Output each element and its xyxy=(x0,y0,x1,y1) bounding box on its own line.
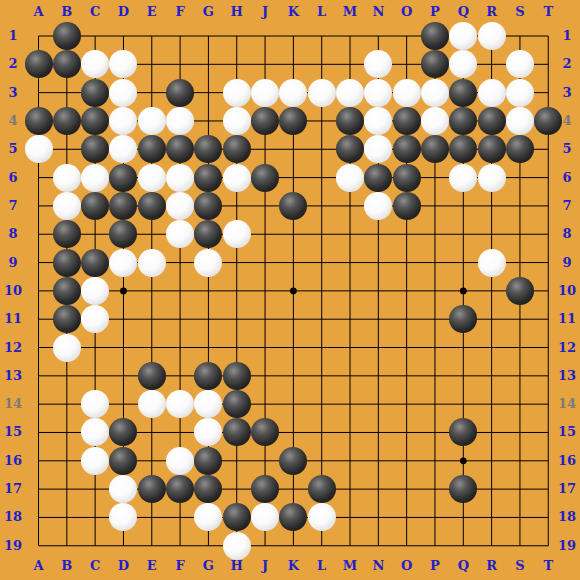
col-label-top-H: H xyxy=(226,5,248,19)
row-label-left-10: 10 xyxy=(2,284,24,298)
row-label-right-11: 11 xyxy=(556,312,578,326)
white-stone-H4 xyxy=(223,107,251,135)
white-stone-R9 xyxy=(478,249,506,277)
white-stone-C16 xyxy=(81,447,109,475)
white-stone-C10 xyxy=(81,277,109,305)
white-stone-F6 xyxy=(166,164,194,192)
black-stone-H13 xyxy=(223,362,251,390)
black-stone-M4 xyxy=(336,107,364,135)
row-label-left-6: 6 xyxy=(2,171,24,185)
white-stone-G9 xyxy=(194,249,222,277)
white-stone-E6 xyxy=(138,164,166,192)
white-stone-M3 xyxy=(336,79,364,107)
black-stone-C7 xyxy=(81,192,109,220)
black-stone-K16 xyxy=(279,447,307,475)
star-point xyxy=(290,287,297,294)
white-stone-P3 xyxy=(421,79,449,107)
row-label-left-5: 5 xyxy=(2,142,24,156)
black-stone-E7 xyxy=(138,192,166,220)
white-stone-E4 xyxy=(138,107,166,135)
white-stone-N3 xyxy=(364,79,392,107)
black-stone-C3 xyxy=(81,79,109,107)
col-label-bottom-Q: Q xyxy=(452,559,474,573)
star-point xyxy=(460,457,467,464)
black-stone-C4 xyxy=(81,107,109,135)
col-label-top-Q: Q xyxy=(452,5,474,19)
col-label-bottom-D: D xyxy=(112,559,134,573)
row-label-left-8: 8 xyxy=(2,227,24,241)
col-label-bottom-K: K xyxy=(282,559,304,573)
black-stone-O6 xyxy=(393,164,421,192)
white-stone-D3 xyxy=(109,79,137,107)
go-board[interactable]: ABCDEFGHJKLMNOPQRST ABCDEFGHJKLMNOPQRST … xyxy=(0,0,580,580)
black-stone-D6 xyxy=(109,164,137,192)
black-stone-E13 xyxy=(138,362,166,390)
row-label-right-13: 13 xyxy=(556,369,578,383)
white-stone-Q6 xyxy=(449,164,477,192)
white-stone-O3 xyxy=(393,79,421,107)
row-label-left-16: 16 xyxy=(2,454,24,468)
white-stone-H3 xyxy=(223,79,251,107)
black-stone-C9 xyxy=(81,249,109,277)
col-label-bottom-C: C xyxy=(84,559,106,573)
col-label-bottom-G: G xyxy=(197,559,219,573)
col-label-top-T: T xyxy=(537,5,559,19)
black-stone-P1 xyxy=(421,22,449,50)
black-stone-E17 xyxy=(138,475,166,503)
black-stone-A2 xyxy=(25,50,53,78)
black-stone-B1 xyxy=(53,22,81,50)
black-stone-N6 xyxy=(364,164,392,192)
col-label-bottom-T: T xyxy=(537,559,559,573)
row-label-right-2: 2 xyxy=(556,57,578,71)
col-label-bottom-R: R xyxy=(481,559,503,573)
row-label-left-1: 1 xyxy=(2,29,24,43)
col-label-bottom-J: J xyxy=(254,559,276,573)
black-stone-H14 xyxy=(223,390,251,418)
row-label-left-4: 4 xyxy=(2,114,24,128)
black-stone-B2 xyxy=(53,50,81,78)
black-stone-O7 xyxy=(393,192,421,220)
row-label-right-12: 12 xyxy=(556,341,578,355)
white-stone-F7 xyxy=(166,192,194,220)
row-label-left-2: 2 xyxy=(2,57,24,71)
black-stone-J6 xyxy=(251,164,279,192)
black-stone-Q3 xyxy=(449,79,477,107)
black-stone-F17 xyxy=(166,475,194,503)
col-label-top-K: K xyxy=(282,5,304,19)
white-stone-B12 xyxy=(53,334,81,362)
black-stone-B9 xyxy=(53,249,81,277)
row-label-right-5: 5 xyxy=(556,142,578,156)
white-stone-K3 xyxy=(279,79,307,107)
black-stone-J17 xyxy=(251,475,279,503)
col-label-top-F: F xyxy=(169,5,191,19)
black-stone-F3 xyxy=(166,79,194,107)
black-stone-H18 xyxy=(223,503,251,531)
black-stone-O4 xyxy=(393,107,421,135)
row-label-left-9: 9 xyxy=(2,256,24,270)
white-stone-H8 xyxy=(223,220,251,248)
black-stone-S10 xyxy=(506,277,534,305)
black-stone-G6 xyxy=(194,164,222,192)
black-stone-B10 xyxy=(53,277,81,305)
black-stone-H5 xyxy=(223,135,251,163)
row-label-right-10: 10 xyxy=(556,284,578,298)
row-label-left-19: 19 xyxy=(2,539,24,553)
col-label-bottom-E: E xyxy=(141,559,163,573)
row-label-left-14: 14 xyxy=(2,397,24,411)
col-label-top-J: J xyxy=(254,5,276,19)
row-label-left-3: 3 xyxy=(2,86,24,100)
col-label-top-G: G xyxy=(197,5,219,19)
white-stone-B6 xyxy=(53,164,81,192)
white-stone-B7 xyxy=(53,192,81,220)
black-stone-B11 xyxy=(53,305,81,333)
white-stone-E14 xyxy=(138,390,166,418)
col-label-top-R: R xyxy=(481,5,503,19)
col-label-bottom-A: A xyxy=(28,559,50,573)
row-label-right-14: 14 xyxy=(556,397,578,411)
row-label-left-12: 12 xyxy=(2,341,24,355)
col-label-top-E: E xyxy=(141,5,163,19)
row-label-left-7: 7 xyxy=(2,199,24,213)
white-stone-D9 xyxy=(109,249,137,277)
row-label-right-6: 6 xyxy=(556,171,578,185)
white-stone-J3 xyxy=(251,79,279,107)
white-stone-R1 xyxy=(478,22,506,50)
row-label-right-19: 19 xyxy=(556,539,578,553)
white-stone-H6 xyxy=(223,164,251,192)
col-label-top-D: D xyxy=(112,5,134,19)
row-label-left-13: 13 xyxy=(2,369,24,383)
row-label-left-11: 11 xyxy=(2,312,24,326)
star-point xyxy=(460,287,467,294)
white-stone-R6 xyxy=(478,164,506,192)
row-label-right-7: 7 xyxy=(556,199,578,213)
black-stone-R4 xyxy=(478,107,506,135)
white-stone-E9 xyxy=(138,249,166,277)
white-stone-F16 xyxy=(166,447,194,475)
white-stone-S4 xyxy=(506,107,534,135)
black-stone-R5 xyxy=(478,135,506,163)
white-stone-L18 xyxy=(308,503,336,531)
col-label-bottom-F: F xyxy=(169,559,191,573)
row-label-right-9: 9 xyxy=(556,256,578,270)
col-label-top-O: O xyxy=(396,5,418,19)
white-stone-L3 xyxy=(308,79,336,107)
col-label-bottom-H: H xyxy=(226,559,248,573)
white-stone-A5 xyxy=(25,135,53,163)
col-label-bottom-N: N xyxy=(367,559,389,573)
white-stone-M6 xyxy=(336,164,364,192)
col-label-top-S: S xyxy=(509,5,531,19)
col-label-bottom-B: B xyxy=(56,559,78,573)
white-stone-F4 xyxy=(166,107,194,135)
row-label-left-18: 18 xyxy=(2,510,24,524)
col-label-bottom-P: P xyxy=(424,559,446,573)
row-label-right-8: 8 xyxy=(556,227,578,241)
black-stone-O5 xyxy=(393,135,421,163)
row-label-left-15: 15 xyxy=(2,425,24,439)
black-stone-E5 xyxy=(138,135,166,163)
col-label-bottom-S: S xyxy=(509,559,531,573)
row-label-right-18: 18 xyxy=(556,510,578,524)
col-label-top-N: N xyxy=(367,5,389,19)
col-label-bottom-M: M xyxy=(339,559,361,573)
white-stone-S3 xyxy=(506,79,534,107)
row-label-right-16: 16 xyxy=(556,454,578,468)
white-stone-R3 xyxy=(478,79,506,107)
white-stone-P4 xyxy=(421,107,449,135)
row-label-right-3: 3 xyxy=(556,86,578,100)
black-stone-L17 xyxy=(308,475,336,503)
black-stone-J4 xyxy=(251,107,279,135)
black-stone-B8 xyxy=(53,220,81,248)
col-label-top-P: P xyxy=(424,5,446,19)
row-label-left-17: 17 xyxy=(2,482,24,496)
col-label-top-C: C xyxy=(84,5,106,19)
white-stone-H19 xyxy=(223,532,251,560)
black-stone-A4 xyxy=(25,107,53,135)
white-stone-C6 xyxy=(81,164,109,192)
col-label-bottom-L: L xyxy=(311,559,333,573)
col-label-top-M: M xyxy=(339,5,361,19)
row-label-right-15: 15 xyxy=(556,425,578,439)
black-stone-B4 xyxy=(53,107,81,135)
col-label-top-A: A xyxy=(28,5,50,19)
col-label-top-B: B xyxy=(56,5,78,19)
col-label-bottom-O: O xyxy=(396,559,418,573)
row-label-right-17: 17 xyxy=(556,482,578,496)
row-label-right-1: 1 xyxy=(556,29,578,43)
star-point xyxy=(120,287,127,294)
col-label-top-L: L xyxy=(311,5,333,19)
